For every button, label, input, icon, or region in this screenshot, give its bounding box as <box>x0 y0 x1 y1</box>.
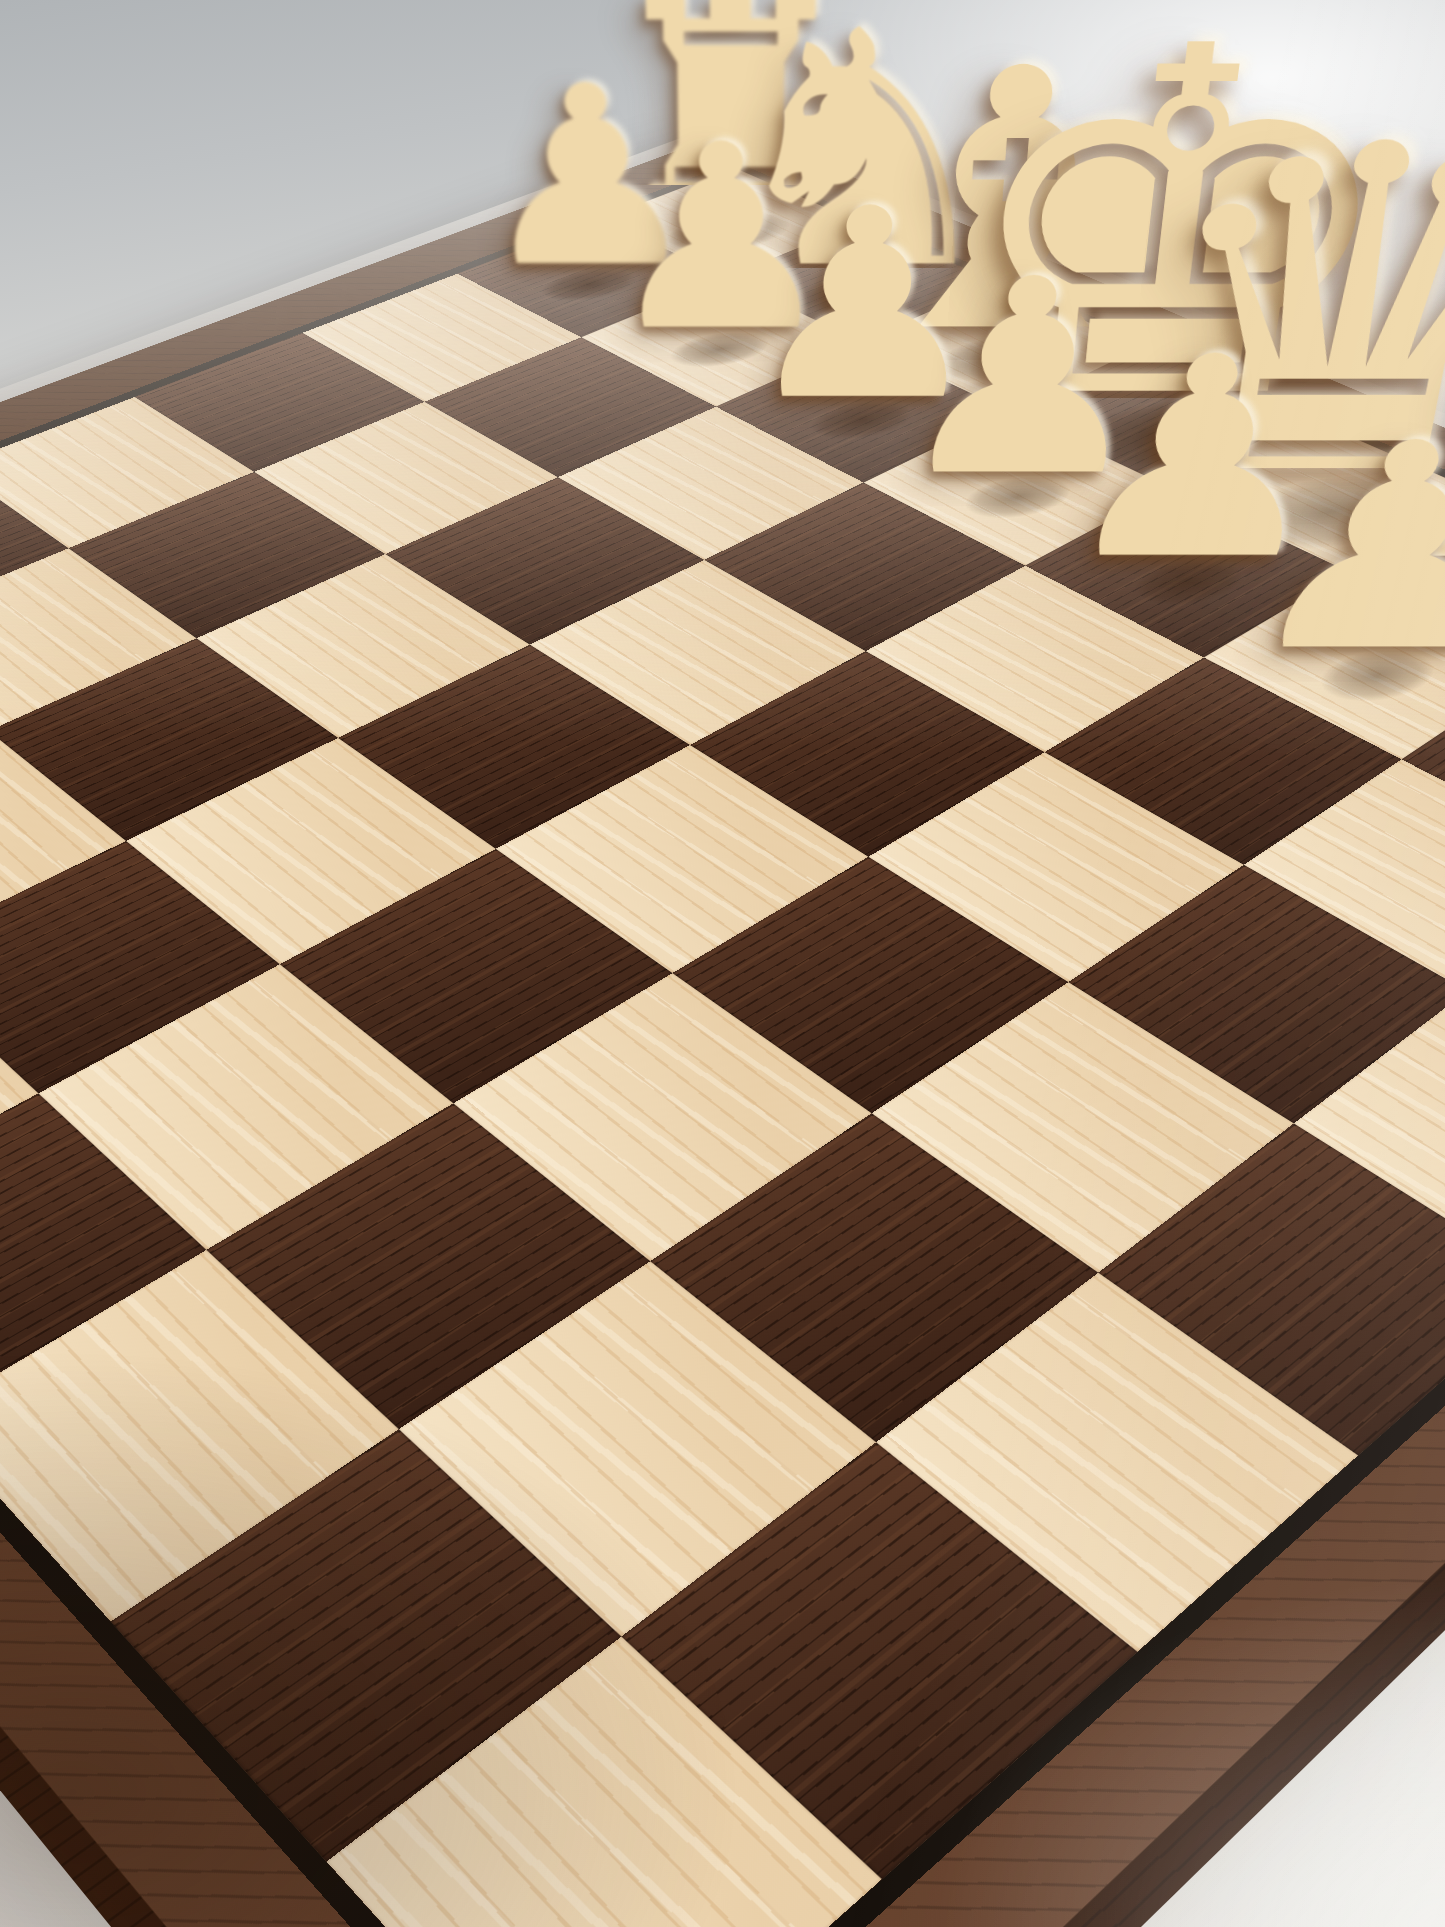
board-frame: ♜♟♞♟♝♟♚♟♛♟♝♟♞♟♜♟ <box>0 128 1445 1927</box>
playing-field: ♜♟♞♟♝♟♚♟♛♟♝♟♞♟♜♟ <box>0 161 1445 1927</box>
photo-scene: ♜♟♞♟♝♟♚♟♛♟♝♟♞♟♜♟ <box>0 0 1445 1927</box>
chess-board: ♜♟♞♟♝♟♚♟♛♟♝♟♞♟♜♟ <box>0 128 1445 1927</box>
